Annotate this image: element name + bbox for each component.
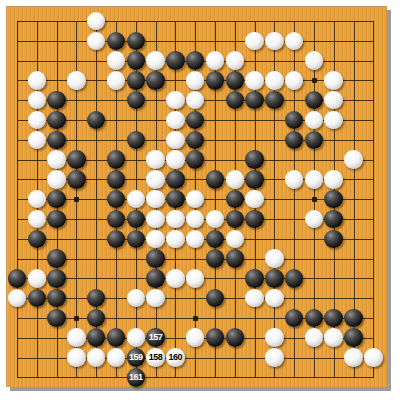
white-stone[interactable] — [107, 71, 126, 90]
board-cell[interactable] — [245, 150, 265, 170]
black-stone[interactable] — [285, 131, 304, 150]
black-stone[interactable] — [245, 170, 264, 189]
board-cell[interactable] — [146, 189, 166, 209]
board-cell[interactable] — [245, 209, 265, 229]
board-cell[interactable] — [165, 110, 185, 130]
board-cell[interactable] — [165, 169, 185, 189]
board-cell[interactable] — [284, 70, 304, 90]
board-cell[interactable] — [27, 110, 47, 130]
board-cell[interactable] — [344, 328, 364, 348]
board-cell[interactable] — [264, 288, 284, 308]
black-stone[interactable] — [107, 170, 126, 189]
board-cell[interactable] — [304, 308, 324, 328]
board-cell[interactable] — [106, 150, 126, 170]
black-stone[interactable] — [285, 111, 304, 130]
white-stone[interactable] — [324, 71, 343, 90]
white-stone[interactable] — [245, 190, 264, 209]
black-stone[interactable] — [305, 91, 324, 110]
board-cell[interactable] — [225, 169, 245, 189]
board-cell[interactable] — [165, 268, 185, 288]
board-cell[interactable] — [165, 150, 185, 170]
black-stone[interactable] — [206, 328, 225, 347]
board-cell[interactable] — [27, 209, 47, 229]
black-stone[interactable] — [186, 150, 205, 169]
board-cell[interactable] — [66, 169, 86, 189]
white-stone[interactable] — [67, 71, 86, 90]
board-cell[interactable] — [324, 110, 344, 130]
board-cell[interactable] — [205, 209, 225, 229]
black-stone[interactable] — [87, 111, 106, 130]
white-stone[interactable] — [265, 249, 284, 268]
white-stone[interactable] — [87, 32, 106, 51]
board-cell[interactable] — [27, 288, 47, 308]
board-cell[interactable] — [304, 169, 324, 189]
white-stone[interactable] — [206, 210, 225, 229]
board-cell[interactable] — [106, 169, 126, 189]
board-cell[interactable] — [205, 328, 225, 348]
white-stone[interactable] — [186, 190, 205, 209]
black-stone[interactable] — [127, 71, 146, 90]
black-stone[interactable] — [245, 150, 264, 169]
white-stone[interactable] — [285, 32, 304, 51]
board-cell[interactable] — [324, 90, 344, 110]
board-cell[interactable] — [245, 90, 265, 110]
white-stone[interactable] — [226, 230, 245, 249]
black-stone[interactable] — [265, 269, 284, 288]
board-cell[interactable] — [245, 70, 265, 90]
black-stone[interactable] — [186, 111, 205, 130]
board-cell[interactable] — [284, 110, 304, 130]
black-stone[interactable] — [226, 210, 245, 229]
black-stone[interactable] — [47, 210, 66, 229]
board-cell[interactable]: 158 — [146, 348, 166, 368]
black-stone[interactable] — [47, 131, 66, 150]
white-stone[interactable] — [166, 269, 185, 288]
black-stone[interactable] — [107, 230, 126, 249]
board-cell[interactable] — [27, 130, 47, 150]
board-cell[interactable] — [284, 130, 304, 150]
board-cell[interactable] — [225, 51, 245, 71]
board-cell[interactable] — [7, 288, 27, 308]
board-cell[interactable] — [106, 229, 126, 249]
black-stone[interactable] — [47, 269, 66, 288]
white-stone[interactable] — [166, 91, 185, 110]
board-cell[interactable] — [47, 169, 67, 189]
white-stone[interactable] — [186, 210, 205, 229]
board-cell[interactable] — [66, 328, 86, 348]
black-stone[interactable] — [206, 249, 225, 268]
white-stone[interactable] — [28, 71, 47, 90]
board-cell[interactable] — [146, 288, 166, 308]
black-stone[interactable] — [206, 71, 225, 90]
board-cell[interactable] — [205, 51, 225, 71]
white-stone[interactable] — [166, 150, 185, 169]
white-stone[interactable] — [265, 348, 284, 367]
board-cell[interactable] — [324, 328, 344, 348]
board-cell[interactable] — [264, 249, 284, 269]
black-stone[interactable] — [28, 289, 47, 308]
white-stone[interactable] — [107, 348, 126, 367]
board-cell[interactable] — [344, 348, 364, 368]
white-stone[interactable] — [107, 51, 126, 70]
white-stone[interactable] — [265, 328, 284, 347]
board-cell[interactable] — [165, 51, 185, 71]
white-stone[interactable] — [245, 32, 264, 51]
white-stone[interactable] — [146, 210, 165, 229]
black-stone[interactable] — [305, 309, 324, 328]
white-stone[interactable] — [166, 111, 185, 130]
black-stone[interactable] — [186, 131, 205, 150]
board-cell[interactable] — [47, 209, 67, 229]
black-stone[interactable] — [206, 289, 225, 308]
board-cell[interactable] — [86, 348, 106, 368]
board-cell[interactable] — [106, 328, 126, 348]
white-stone[interactable] — [324, 170, 343, 189]
board-cell[interactable] — [185, 90, 205, 110]
white-stone[interactable] — [285, 71, 304, 90]
black-stone[interactable] — [127, 32, 146, 51]
board-cell[interactable] — [106, 70, 126, 90]
white-stone[interactable] — [344, 150, 363, 169]
board-cell[interactable] — [106, 209, 126, 229]
board-cell[interactable] — [363, 348, 383, 368]
board-cell[interactable] — [284, 31, 304, 51]
white-stone[interactable] — [305, 111, 324, 130]
board-cell[interactable] — [304, 51, 324, 71]
black-stone[interactable] — [47, 309, 66, 328]
white-stone[interactable] — [28, 190, 47, 209]
board-cell[interactable] — [47, 110, 67, 130]
board-cell[interactable] — [205, 288, 225, 308]
board-cell[interactable] — [304, 209, 324, 229]
black-stone[interactable] — [344, 309, 363, 328]
board-cell[interactable] — [264, 31, 284, 51]
board-cell[interactable] — [106, 51, 126, 71]
white-stone[interactable] — [305, 328, 324, 347]
white-stone[interactable] — [28, 131, 47, 150]
board-cell[interactable] — [106, 31, 126, 51]
board-cell[interactable] — [324, 169, 344, 189]
board-cell[interactable] — [47, 288, 67, 308]
board-cell[interactable] — [225, 189, 245, 209]
board-cell[interactable] — [225, 229, 245, 249]
white-stone[interactable] — [265, 289, 284, 308]
board-cell[interactable] — [47, 189, 67, 209]
black-stone[interactable] — [265, 91, 284, 110]
board-cell[interactable] — [185, 268, 205, 288]
white-stone[interactable] — [305, 170, 324, 189]
black-stone[interactable] — [87, 328, 106, 347]
board-cell[interactable] — [146, 51, 166, 71]
black-stone[interactable] — [344, 328, 363, 347]
board-cell[interactable] — [245, 31, 265, 51]
black-stone[interactable] — [226, 328, 245, 347]
board-cell[interactable] — [165, 229, 185, 249]
black-stone[interactable] — [87, 309, 106, 328]
board-cell[interactable] — [126, 209, 146, 229]
black-stone[interactable] — [166, 170, 185, 189]
board-cell[interactable] — [7, 268, 27, 288]
black-stone[interactable] — [47, 249, 66, 268]
black-stone[interactable] — [67, 150, 86, 169]
board-cell[interactable] — [205, 169, 225, 189]
board-cell[interactable] — [324, 209, 344, 229]
board-cell[interactable] — [146, 209, 166, 229]
board-cell[interactable] — [146, 70, 166, 90]
board-cell[interactable] — [264, 70, 284, 90]
board-cell[interactable] — [86, 31, 106, 51]
board-cell[interactable] — [324, 308, 344, 328]
white-stone[interactable] — [186, 328, 205, 347]
board-cell[interactable] — [126, 90, 146, 110]
white-stone[interactable] — [67, 348, 86, 367]
black-stone[interactable] — [67, 170, 86, 189]
white-stone[interactable] — [146, 190, 165, 209]
black-stone[interactable] — [107, 190, 126, 209]
white-stone[interactable] — [265, 32, 284, 51]
white-stone[interactable] — [28, 269, 47, 288]
white-stone[interactable] — [186, 91, 205, 110]
board-cell[interactable] — [225, 209, 245, 229]
black-stone[interactable] — [47, 111, 66, 130]
white-stone[interactable] — [146, 150, 165, 169]
black-stone[interactable] — [146, 249, 165, 268]
black-stone[interactable]: 157 — [146, 328, 165, 347]
white-stone[interactable] — [324, 91, 343, 110]
white-stone[interactable] — [47, 170, 66, 189]
white-stone[interactable] — [87, 348, 106, 367]
board-cell[interactable] — [47, 268, 67, 288]
black-stone[interactable] — [28, 230, 47, 249]
board-cell[interactable] — [27, 90, 47, 110]
board-cell[interactable] — [225, 70, 245, 90]
board-cell[interactable] — [245, 189, 265, 209]
black-stone[interactable] — [226, 91, 245, 110]
board-cell[interactable] — [86, 11, 106, 31]
board-cell[interactable] — [66, 70, 86, 90]
board-cell[interactable] — [324, 70, 344, 90]
board-cell[interactable] — [47, 90, 67, 110]
board-cell[interactable] — [165, 130, 185, 150]
white-stone[interactable] — [8, 289, 27, 308]
board-cell[interactable] — [185, 110, 205, 130]
board-cell[interactable] — [264, 348, 284, 368]
white-stone[interactable] — [265, 71, 284, 90]
board-cell[interactable] — [165, 90, 185, 110]
board-cell[interactable] — [66, 348, 86, 368]
white-stone[interactable] — [127, 328, 146, 347]
black-stone[interactable] — [8, 269, 27, 288]
board-cell[interactable] — [146, 268, 166, 288]
board-cell[interactable] — [126, 189, 146, 209]
black-stone[interactable] — [107, 32, 126, 51]
black-stone[interactable] — [285, 269, 304, 288]
white-stone[interactable] — [146, 170, 165, 189]
black-stone[interactable] — [226, 71, 245, 90]
white-stone[interactable] — [166, 230, 185, 249]
black-stone[interactable] — [206, 170, 225, 189]
white-stone[interactable] — [324, 328, 343, 347]
board-cell[interactable] — [47, 130, 67, 150]
board-cell[interactable] — [185, 189, 205, 209]
board-cell[interactable] — [205, 249, 225, 269]
white-stone[interactable] — [324, 111, 343, 130]
black-stone[interactable] — [127, 210, 146, 229]
white-stone[interactable] — [47, 150, 66, 169]
black-stone[interactable] — [47, 91, 66, 110]
white-stone[interactable] — [28, 91, 47, 110]
black-stone[interactable] — [87, 289, 106, 308]
black-stone[interactable] — [226, 190, 245, 209]
black-stone[interactable] — [166, 51, 185, 70]
black-stone[interactable] — [47, 289, 66, 308]
white-stone[interactable] — [305, 210, 324, 229]
board-cell[interactable] — [185, 51, 205, 71]
board-cell[interactable] — [185, 150, 205, 170]
board-cell[interactable] — [225, 328, 245, 348]
white-stone[interactable] — [28, 210, 47, 229]
board-cell[interactable] — [126, 288, 146, 308]
board-cell[interactable] — [27, 189, 47, 209]
white-stone[interactable] — [206, 51, 225, 70]
board-cell[interactable] — [47, 249, 67, 269]
black-stone[interactable] — [186, 51, 205, 70]
black-stone[interactable] — [47, 190, 66, 209]
board-cell[interactable] — [185, 209, 205, 229]
board-cell[interactable] — [86, 308, 106, 328]
white-stone[interactable] — [186, 71, 205, 90]
black-stone[interactable] — [245, 91, 264, 110]
black-stone[interactable] — [245, 269, 264, 288]
board-cell[interactable] — [146, 150, 166, 170]
white-stone[interactable] — [285, 170, 304, 189]
board-cell[interactable] — [205, 70, 225, 90]
board-cell[interactable] — [126, 229, 146, 249]
board-cell[interactable] — [344, 150, 364, 170]
black-stone[interactable] — [107, 328, 126, 347]
board-cell[interactable] — [27, 70, 47, 90]
board-cell[interactable] — [126, 130, 146, 150]
white-stone[interactable] — [87, 12, 106, 31]
board-cell[interactable] — [205, 229, 225, 249]
board-cell[interactable] — [47, 150, 67, 170]
white-stone[interactable] — [245, 71, 264, 90]
board-cell[interactable] — [86, 288, 106, 308]
board-cell[interactable]: 161 — [126, 367, 146, 387]
black-stone[interactable] — [324, 210, 343, 229]
white-stone[interactable] — [166, 210, 185, 229]
board-cell[interactable] — [86, 328, 106, 348]
black-stone[interactable] — [107, 150, 126, 169]
board-cell[interactable] — [284, 169, 304, 189]
board-cell[interactable] — [126, 31, 146, 51]
board-cell[interactable]: 159 — [126, 348, 146, 368]
white-stone[interactable]: 160 — [166, 348, 185, 367]
board-cell[interactable] — [324, 229, 344, 249]
white-stone[interactable] — [364, 348, 383, 367]
board-cell[interactable] — [284, 308, 304, 328]
board-cell[interactable] — [284, 268, 304, 288]
black-stone[interactable] — [324, 230, 343, 249]
black-stone[interactable] — [127, 91, 146, 110]
board-cell[interactable] — [264, 328, 284, 348]
black-stone[interactable] — [146, 269, 165, 288]
black-stone[interactable] — [107, 210, 126, 229]
white-stone[interactable] — [146, 230, 165, 249]
black-stone[interactable] — [305, 131, 324, 150]
board-cell[interactable] — [185, 130, 205, 150]
board-cell[interactable] — [86, 110, 106, 130]
white-stone[interactable] — [127, 289, 146, 308]
board-cell[interactable] — [264, 90, 284, 110]
board-cell[interactable] — [27, 229, 47, 249]
black-stone[interactable] — [146, 71, 165, 90]
board-cell[interactable] — [146, 229, 166, 249]
board-cell[interactable] — [185, 70, 205, 90]
white-stone[interactable] — [186, 230, 205, 249]
board-cell[interactable] — [304, 90, 324, 110]
board-cell[interactable] — [245, 288, 265, 308]
board-cell[interactable] — [106, 348, 126, 368]
black-stone[interactable] — [166, 190, 185, 209]
board-cell[interactable]: 160 — [165, 348, 185, 368]
board-cell[interactable] — [324, 189, 344, 209]
board-cell[interactable] — [225, 249, 245, 269]
board-cell[interactable] — [344, 308, 364, 328]
black-stone[interactable] — [324, 190, 343, 209]
white-stone[interactable] — [146, 51, 165, 70]
board-cell[interactable] — [185, 229, 205, 249]
white-stone[interactable] — [127, 190, 146, 209]
board-cell[interactable] — [245, 268, 265, 288]
board-cell[interactable] — [66, 150, 86, 170]
board-cell[interactable] — [146, 249, 166, 269]
black-stone[interactable] — [226, 249, 245, 268]
board-cell[interactable] — [264, 268, 284, 288]
board-cell[interactable] — [47, 308, 67, 328]
board-cell[interactable] — [185, 328, 205, 348]
board-cell[interactable] — [304, 328, 324, 348]
white-stone[interactable] — [226, 51, 245, 70]
board-cell[interactable] — [106, 189, 126, 209]
board-cell[interactable] — [165, 209, 185, 229]
white-stone[interactable] — [67, 328, 86, 347]
board-cell[interactable] — [304, 130, 324, 150]
board-cell[interactable] — [126, 70, 146, 90]
white-stone[interactable] — [245, 289, 264, 308]
white-stone[interactable] — [305, 51, 324, 70]
board-cell[interactable] — [165, 189, 185, 209]
black-stone[interactable] — [206, 230, 225, 249]
black-stone[interactable]: 161 — [127, 368, 146, 387]
board-cell[interactable] — [27, 268, 47, 288]
board-cell[interactable] — [304, 110, 324, 130]
white-stone[interactable] — [344, 348, 363, 367]
white-stone[interactable]: 158 — [146, 348, 165, 367]
white-stone[interactable] — [28, 111, 47, 130]
black-stone[interactable] — [285, 309, 304, 328]
black-stone[interactable] — [324, 309, 343, 328]
board-cell[interactable] — [126, 51, 146, 71]
board-cell[interactable] — [126, 328, 146, 348]
black-stone[interactable] — [245, 210, 264, 229]
black-stone[interactable] — [127, 230, 146, 249]
white-stone[interactable] — [146, 289, 165, 308]
board-cell[interactable] — [225, 90, 245, 110]
black-stone[interactable] — [127, 51, 146, 70]
board-cell[interactable]: 157 — [146, 328, 166, 348]
white-stone[interactable] — [226, 170, 245, 189]
